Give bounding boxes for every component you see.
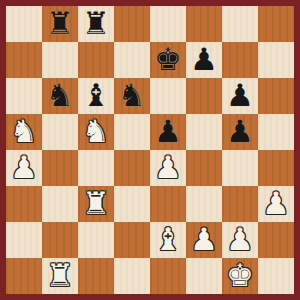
square-h7[interactable] <box>258 42 294 78</box>
square-g8[interactable] <box>222 6 258 42</box>
square-f8[interactable] <box>186 6 222 42</box>
square-d7[interactable] <box>114 42 150 78</box>
square-b8[interactable]: ♜ <box>42 6 78 42</box>
square-e7[interactable]: ♚ <box>150 42 186 78</box>
square-b2[interactable] <box>42 222 78 258</box>
square-f6[interactable] <box>186 78 222 114</box>
white-pawn: ♟ <box>154 150 182 185</box>
square-h3[interactable]: ♟ <box>258 186 294 222</box>
square-e6[interactable] <box>150 78 186 114</box>
white-king: ♚ <box>226 258 254 293</box>
square-h4[interactable] <box>258 150 294 186</box>
square-e8[interactable] <box>150 6 186 42</box>
black-pawn: ♟ <box>154 114 182 149</box>
square-c2[interactable] <box>78 222 114 258</box>
white-pawn: ♟ <box>226 222 254 257</box>
square-d5[interactable] <box>114 114 150 150</box>
square-h1[interactable] <box>258 258 294 294</box>
square-g3[interactable] <box>222 186 258 222</box>
square-d8[interactable] <box>114 6 150 42</box>
square-b3[interactable] <box>42 186 78 222</box>
white-knight: ♞ <box>82 114 110 149</box>
square-a6[interactable] <box>6 78 42 114</box>
square-a5[interactable]: ♞ <box>6 114 42 150</box>
board-grid: ♜♜♚♟♞♝♞♟♞♞♟♟♟♟♜♟♝♟♟♜♚ <box>6 6 294 294</box>
square-c3[interactable]: ♜ <box>78 186 114 222</box>
square-a8[interactable] <box>6 6 42 42</box>
black-pawn: ♟ <box>190 42 218 77</box>
square-d1[interactable] <box>114 258 150 294</box>
square-g5[interactable]: ♟ <box>222 114 258 150</box>
white-knight: ♞ <box>10 114 38 149</box>
square-c4[interactable] <box>78 150 114 186</box>
square-a3[interactable] <box>6 186 42 222</box>
square-f1[interactable] <box>186 258 222 294</box>
square-e2[interactable]: ♝ <box>150 222 186 258</box>
square-c1[interactable] <box>78 258 114 294</box>
white-rook: ♜ <box>46 258 74 293</box>
black-knight: ♞ <box>46 78 74 113</box>
square-b4[interactable] <box>42 150 78 186</box>
square-d3[interactable] <box>114 186 150 222</box>
square-b5[interactable] <box>42 114 78 150</box>
square-b1[interactable]: ♜ <box>42 258 78 294</box>
square-e4[interactable]: ♟ <box>150 150 186 186</box>
square-e3[interactable] <box>150 186 186 222</box>
white-bishop: ♝ <box>154 222 182 257</box>
square-c5[interactable]: ♞ <box>78 114 114 150</box>
square-f2[interactable]: ♟ <box>186 222 222 258</box>
square-f4[interactable] <box>186 150 222 186</box>
square-g1[interactable]: ♚ <box>222 258 258 294</box>
square-d2[interactable] <box>114 222 150 258</box>
black-rook: ♜ <box>82 6 110 41</box>
black-knight: ♞ <box>118 78 146 113</box>
square-h8[interactable] <box>258 6 294 42</box>
square-b6[interactable]: ♞ <box>42 78 78 114</box>
square-c8[interactable]: ♜ <box>78 6 114 42</box>
square-d6[interactable]: ♞ <box>114 78 150 114</box>
square-c6[interactable]: ♝ <box>78 78 114 114</box>
square-h5[interactable] <box>258 114 294 150</box>
black-pawn: ♟ <box>226 114 254 149</box>
square-g7[interactable] <box>222 42 258 78</box>
square-d4[interactable] <box>114 150 150 186</box>
square-h2[interactable] <box>258 222 294 258</box>
black-king: ♚ <box>154 42 182 77</box>
square-a1[interactable] <box>6 258 42 294</box>
square-a2[interactable] <box>6 222 42 258</box>
black-rook: ♜ <box>46 6 74 41</box>
black-bishop: ♝ <box>82 78 110 113</box>
black-pawn: ♟ <box>226 78 254 113</box>
square-b7[interactable] <box>42 42 78 78</box>
white-pawn: ♟ <box>10 150 38 185</box>
square-c7[interactable] <box>78 42 114 78</box>
square-f3[interactable] <box>186 186 222 222</box>
white-pawn: ♟ <box>262 186 290 221</box>
chess-board: ♜♜♚♟♞♝♞♟♞♞♟♟♟♟♜♟♝♟♟♜♚ <box>0 0 300 300</box>
square-f7[interactable]: ♟ <box>186 42 222 78</box>
white-pawn: ♟ <box>190 222 218 257</box>
white-rook: ♜ <box>82 186 110 221</box>
square-g6[interactable]: ♟ <box>222 78 258 114</box>
square-a7[interactable] <box>6 42 42 78</box>
square-a4[interactable]: ♟ <box>6 150 42 186</box>
square-g2[interactable]: ♟ <box>222 222 258 258</box>
square-g4[interactable] <box>222 150 258 186</box>
square-e5[interactable]: ♟ <box>150 114 186 150</box>
square-e1[interactable] <box>150 258 186 294</box>
square-h6[interactable] <box>258 78 294 114</box>
square-f5[interactable] <box>186 114 222 150</box>
